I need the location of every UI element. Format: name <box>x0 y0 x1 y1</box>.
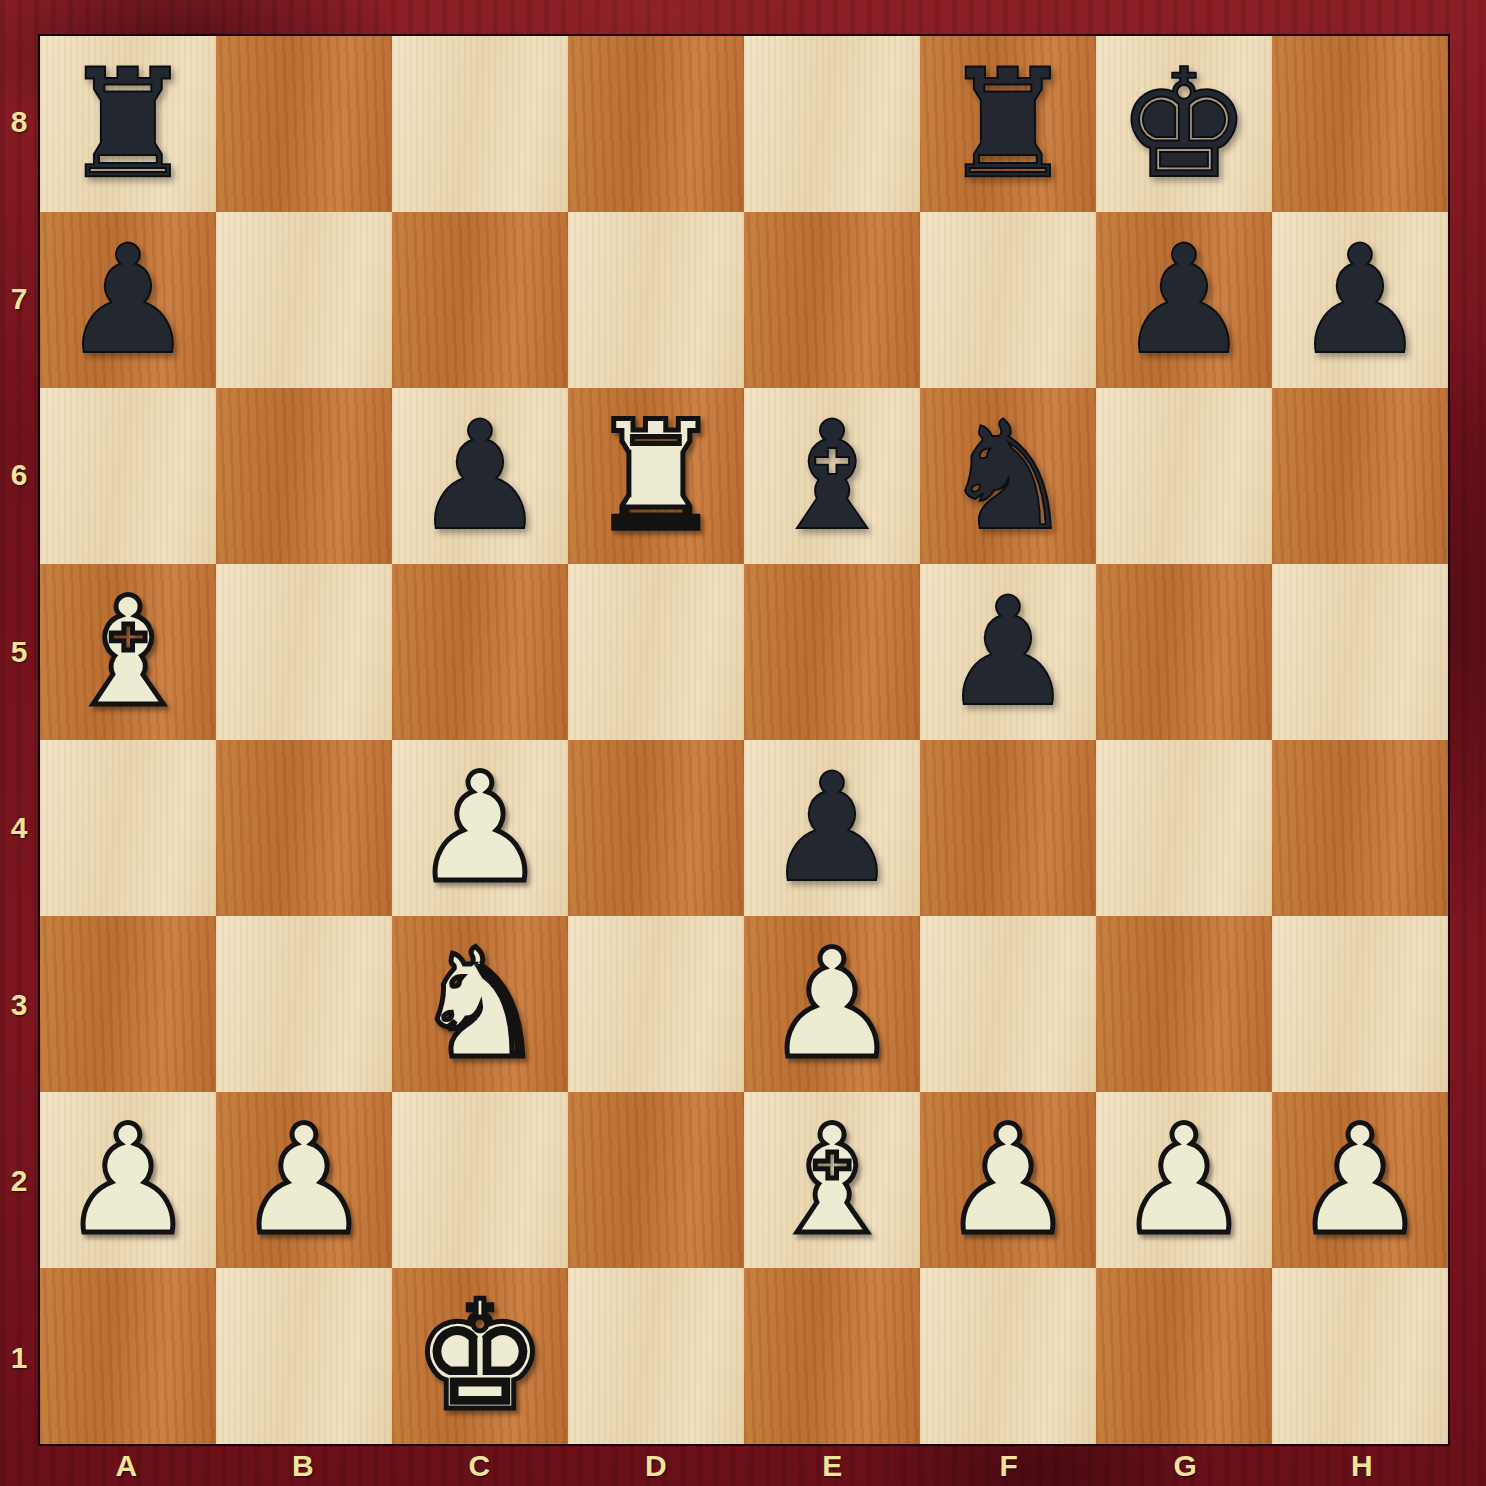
rank-label-4: 4 <box>0 740 38 917</box>
square-b1[interactable] <box>216 1268 392 1444</box>
piece-white-bishop[interactable]: ♝ <box>765 1105 899 1255</box>
piece-white-pawn[interactable]: ♟ <box>765 929 899 1079</box>
square-g3[interactable] <box>1096 916 1272 1092</box>
square-h6[interactable] <box>1272 388 1448 564</box>
file-label-e: E <box>744 1446 921 1486</box>
square-d6[interactable]: ♜ <box>568 388 744 564</box>
square-e1[interactable] <box>744 1268 920 1444</box>
square-d1[interactable] <box>568 1268 744 1444</box>
file-label-h: H <box>1274 1446 1451 1486</box>
piece-black-pawn[interactable]: ♟ <box>941 577 1075 727</box>
piece-white-pawn[interactable]: ♟ <box>237 1105 371 1255</box>
square-e4[interactable]: ♟ <box>744 740 920 916</box>
square-e5[interactable] <box>744 564 920 740</box>
square-d8[interactable] <box>568 36 744 212</box>
board-frame: ♜♜♚♟♟♟♟♜♝♞♝♟♟♟♞♟♟♟♝♟♟♟♚ 87654321 ABCDEFG… <box>0 0 1486 1486</box>
square-d2[interactable] <box>568 1092 744 1268</box>
square-b5[interactable] <box>216 564 392 740</box>
square-f8[interactable]: ♜ <box>920 36 1096 212</box>
square-a1[interactable] <box>40 1268 216 1444</box>
square-f4[interactable] <box>920 740 1096 916</box>
square-e2[interactable]: ♝ <box>744 1092 920 1268</box>
square-f5[interactable]: ♟ <box>920 564 1096 740</box>
piece-white-pawn[interactable]: ♟ <box>1293 1105 1427 1255</box>
square-a3[interactable] <box>40 916 216 1092</box>
square-b2[interactable]: ♟ <box>216 1092 392 1268</box>
square-a4[interactable] <box>40 740 216 916</box>
square-h1[interactable] <box>1272 1268 1448 1444</box>
square-h5[interactable] <box>1272 564 1448 740</box>
square-d3[interactable] <box>568 916 744 1092</box>
square-d7[interactable] <box>568 212 744 388</box>
square-h8[interactable] <box>1272 36 1448 212</box>
piece-black-pawn[interactable]: ♟ <box>61 225 195 375</box>
square-b6[interactable] <box>216 388 392 564</box>
square-c5[interactable] <box>392 564 568 740</box>
square-f1[interactable] <box>920 1268 1096 1444</box>
piece-white-knight[interactable]: ♞ <box>413 929 547 1079</box>
square-a7[interactable]: ♟ <box>40 212 216 388</box>
square-e8[interactable] <box>744 36 920 212</box>
piece-white-pawn[interactable]: ♟ <box>413 753 547 903</box>
piece-black-pawn[interactable]: ♟ <box>1117 225 1251 375</box>
file-label-c: C <box>391 1446 568 1486</box>
file-label-a: A <box>38 1446 215 1486</box>
square-h4[interactable] <box>1272 740 1448 916</box>
square-h3[interactable] <box>1272 916 1448 1092</box>
square-e7[interactable] <box>744 212 920 388</box>
file-label-f: F <box>921 1446 1098 1486</box>
square-g7[interactable]: ♟ <box>1096 212 1272 388</box>
piece-black-knight[interactable]: ♞ <box>941 401 1075 551</box>
rank-label-7: 7 <box>0 211 38 388</box>
piece-black-bishop[interactable]: ♝ <box>765 401 899 551</box>
piece-black-pawn[interactable]: ♟ <box>413 401 547 551</box>
square-c1[interactable]: ♚ <box>392 1268 568 1444</box>
square-d4[interactable] <box>568 740 744 916</box>
square-c4[interactable]: ♟ <box>392 740 568 916</box>
piece-white-king[interactable]: ♚ <box>413 1281 547 1431</box>
piece-black-rook[interactable]: ♜ <box>61 49 195 199</box>
piece-white-pawn[interactable]: ♟ <box>941 1105 1075 1255</box>
piece-black-pawn[interactable]: ♟ <box>765 753 899 903</box>
square-e6[interactable]: ♝ <box>744 388 920 564</box>
square-g8[interactable]: ♚ <box>1096 36 1272 212</box>
rank-label-3: 3 <box>0 917 38 1094</box>
square-f6[interactable]: ♞ <box>920 388 1096 564</box>
square-f7[interactable] <box>920 212 1096 388</box>
file-label-b: B <box>215 1446 392 1486</box>
file-label-d: D <box>568 1446 745 1486</box>
square-b7[interactable] <box>216 212 392 388</box>
square-g5[interactable] <box>1096 564 1272 740</box>
piece-white-pawn[interactable]: ♟ <box>1117 1105 1251 1255</box>
square-a2[interactable]: ♟ <box>40 1092 216 1268</box>
square-c3[interactable]: ♞ <box>392 916 568 1092</box>
piece-white-rook[interactable]: ♜ <box>589 401 723 551</box>
square-a5[interactable]: ♝ <box>40 564 216 740</box>
square-f3[interactable] <box>920 916 1096 1092</box>
square-f2[interactable]: ♟ <box>920 1092 1096 1268</box>
square-a8[interactable]: ♜ <box>40 36 216 212</box>
square-c7[interactable] <box>392 212 568 388</box>
file-labels: ABCDEFGH <box>38 1446 1450 1486</box>
rank-labels: 87654321 <box>0 34 38 1446</box>
square-c6[interactable]: ♟ <box>392 388 568 564</box>
square-g2[interactable]: ♟ <box>1096 1092 1272 1268</box>
square-h7[interactable]: ♟ <box>1272 212 1448 388</box>
piece-white-bishop[interactable]: ♝ <box>61 577 195 727</box>
square-d5[interactable] <box>568 564 744 740</box>
file-label-g: G <box>1097 1446 1274 1486</box>
square-b4[interactable] <box>216 740 392 916</box>
piece-black-king[interactable]: ♚ <box>1117 49 1251 199</box>
rank-label-2: 2 <box>0 1093 38 1270</box>
rank-label-8: 8 <box>0 34 38 211</box>
square-g1[interactable] <box>1096 1268 1272 1444</box>
square-c2[interactable] <box>392 1092 568 1268</box>
rank-label-1: 1 <box>0 1270 38 1447</box>
piece-white-pawn[interactable]: ♟ <box>61 1105 195 1255</box>
square-g6[interactable] <box>1096 388 1272 564</box>
rank-label-6: 6 <box>0 387 38 564</box>
square-b3[interactable] <box>216 916 392 1092</box>
square-e3[interactable]: ♟ <box>744 916 920 1092</box>
square-b8[interactable] <box>216 36 392 212</box>
piece-black-pawn[interactable]: ♟ <box>1293 225 1427 375</box>
piece-black-rook[interactable]: ♜ <box>941 49 1075 199</box>
square-c8[interactable] <box>392 36 568 212</box>
square-a6[interactable] <box>40 388 216 564</box>
square-g4[interactable] <box>1096 740 1272 916</box>
rank-label-5: 5 <box>0 564 38 741</box>
chess-board: ♜♜♚♟♟♟♟♜♝♞♝♟♟♟♞♟♟♟♝♟♟♟♚ <box>38 34 1450 1446</box>
square-h2[interactable]: ♟ <box>1272 1092 1448 1268</box>
